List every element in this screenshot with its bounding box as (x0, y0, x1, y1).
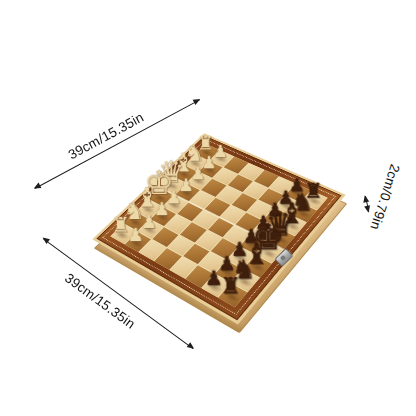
board-grid: ♜♟♟♜♞♟♟♞♝♟♟♝♛♟♟♛♚♟♟♚♝♟♟♝♞♟♟♞♜♟♟♜ (110, 144, 327, 307)
dimension-label-thickness: 2cm/0.79in (367, 162, 402, 231)
dimension-arrow-thickness (365, 196, 370, 212)
chess-piece-black-rook: ♜ (204, 274, 257, 297)
board-frame: ♜♟♟♜♞♟♟♞♝♟♟♝♛♟♟♛♚♟♟♚♝♟♟♝♞♟♟♞♜♟♟♜ (92, 133, 345, 324)
board-square: ♜ (219, 284, 248, 307)
product-photo: ♜♟♟♜♞♟♟♞♝♟♟♝♛♟♟♛♚♟♟♚♝♟♟♝♞♟♟♞♜♟♟♜ 39cm/15… (0, 0, 416, 416)
